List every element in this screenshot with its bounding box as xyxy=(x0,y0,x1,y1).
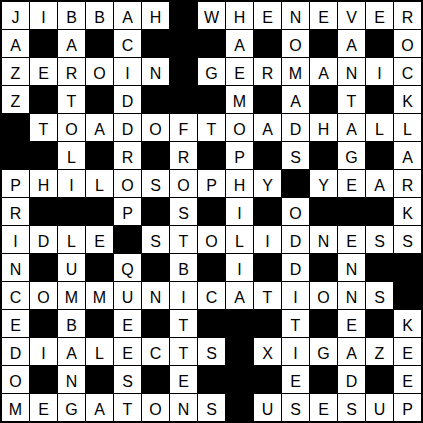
letter-cell-r0c13[interactable]: E xyxy=(366,2,393,29)
letter-cell-r6c0[interactable]: P xyxy=(2,170,29,197)
block-cell-r13c11 xyxy=(310,366,337,393)
block-cell-r10c14 xyxy=(394,282,421,309)
letter-cell-r4c14[interactable]: L xyxy=(394,114,421,141)
block-cell-r7c1 xyxy=(30,198,57,225)
letter-cell-r4c7[interactable]: T xyxy=(198,114,225,141)
block-cell-r13c7 xyxy=(198,366,225,393)
letter-cell-r14c1[interactable]: E xyxy=(30,394,57,421)
letter-cell-r14c2[interactable]: G xyxy=(58,394,85,421)
letter-cell-r6c2[interactable]: I xyxy=(58,170,85,197)
letter-cell-r10c13[interactable]: S xyxy=(366,282,393,309)
letter-cell-r10c2[interactable]: M xyxy=(58,282,85,309)
letter-cell-r0c2[interactable]: B xyxy=(58,2,85,29)
block-cell-r9c7 xyxy=(198,254,225,281)
letter-cell-r1c8[interactable]: A xyxy=(226,30,253,57)
letter-cell-r10c8[interactable]: A xyxy=(226,282,253,309)
block-cell-r7c9 xyxy=(254,198,281,225)
letter-cell-r12c6[interactable]: T xyxy=(170,338,197,365)
letter-cell-r6c14[interactable]: R xyxy=(394,170,421,197)
letter-cell-r8c7[interactable]: O xyxy=(198,226,225,253)
letter-cell-r4c4[interactable]: D xyxy=(114,114,141,141)
letter-cell-r6c1[interactable]: H xyxy=(30,170,57,197)
block-cell-r11c8 xyxy=(226,310,253,337)
block-cell-r3c5 xyxy=(142,86,169,113)
letter-cell-r14c7[interactable]: S xyxy=(198,394,225,421)
letter-cell-r6c5[interactable]: S xyxy=(142,170,169,197)
letter-cell-r12c11[interactable]: G xyxy=(310,338,337,365)
letter-cell-r11c2[interactable]: B xyxy=(58,310,85,337)
block-cell-r9c9 xyxy=(254,254,281,281)
letter-cell-r6c4[interactable]: O xyxy=(114,170,141,197)
block-cell-r0c6 xyxy=(170,2,197,29)
block-cell-r1c6 xyxy=(170,30,197,57)
letter-cell-r2c10[interactable]: M xyxy=(282,58,309,85)
letter-cell-r11c14[interactable]: K xyxy=(394,310,421,337)
block-cell-r9c13 xyxy=(366,254,393,281)
letter-cell-r12c4[interactable]: E xyxy=(114,338,141,365)
letter-cell-r12c14[interactable]: E xyxy=(394,338,421,365)
letter-cell-r8c0[interactable]: I xyxy=(2,226,29,253)
letter-cell-r14c4[interactable]: T xyxy=(114,394,141,421)
letter-cell-r4c8[interactable]: O xyxy=(226,114,253,141)
letter-cell-r10c9[interactable]: T xyxy=(254,282,281,309)
letter-cell-r5c8[interactable]: P xyxy=(226,142,253,169)
letter-cell-r6c8[interactable]: H xyxy=(226,170,253,197)
letter-cell-r4c6[interactable]: F xyxy=(170,114,197,141)
block-cell-r3c9 xyxy=(254,86,281,113)
letter-cell-r14c5[interactable]: O xyxy=(142,394,169,421)
letter-cell-r3c12[interactable]: T xyxy=(338,86,365,113)
letter-cell-r4c11[interactable]: H xyxy=(310,114,337,141)
letter-cell-r2c8[interactable]: E xyxy=(226,58,253,85)
letter-cell-r2c11[interactable]: A xyxy=(310,58,337,85)
letter-cell-r9c10[interactable]: D xyxy=(282,254,309,281)
block-cell-r11c5 xyxy=(142,310,169,337)
letter-cell-r5c12[interactable]: G xyxy=(338,142,365,169)
block-cell-r9c5 xyxy=(142,254,169,281)
letter-cell-r8c6[interactable]: T xyxy=(170,226,197,253)
letter-cell-r2c7[interactable]: G xyxy=(198,58,225,85)
letter-cell-r14c11[interactable]: E xyxy=(310,394,337,421)
letter-cell-r13c2[interactable]: N xyxy=(58,366,85,393)
letter-cell-r6c6[interactable]: O xyxy=(170,170,197,197)
letter-cell-r6c13[interactable]: A xyxy=(366,170,393,197)
letter-cell-r5c6[interactable]: R xyxy=(170,142,197,169)
letter-cell-r3c2[interactable]: T xyxy=(58,86,85,113)
letter-cell-r8c2[interactable]: L xyxy=(58,226,85,253)
letter-cell-r4c2[interactable]: O xyxy=(58,114,85,141)
block-cell-r13c8 xyxy=(226,366,253,393)
letter-cell-r9c6[interactable]: B xyxy=(170,254,197,281)
letter-cell-r12c1[interactable]: I xyxy=(30,338,57,365)
block-cell-r13c5 xyxy=(142,366,169,393)
block-cell-r9c3 xyxy=(86,254,113,281)
letter-cell-r10c5[interactable]: N xyxy=(142,282,169,309)
letter-cell-r10c1[interactable]: O xyxy=(30,282,57,309)
block-cell-r5c13 xyxy=(366,142,393,169)
block-cell-r11c1 xyxy=(30,310,57,337)
letter-cell-r1c12[interactable]: A xyxy=(338,30,365,57)
block-cell-r3c7 xyxy=(198,86,225,113)
letter-cell-r7c6[interactable]: S xyxy=(170,198,197,225)
block-cell-r11c9 xyxy=(254,310,281,337)
letter-cell-r3c8[interactable]: M xyxy=(226,86,253,113)
letter-cell-r1c4[interactable]: C xyxy=(114,30,141,57)
letter-cell-r5c2[interactable]: L xyxy=(58,142,85,169)
letter-cell-r5c14[interactable]: A xyxy=(394,142,421,169)
letter-cell-r12c0[interactable]: D xyxy=(2,338,29,365)
letter-cell-r13c6[interactable]: E xyxy=(170,366,197,393)
letter-cell-r14c9[interactable]: U xyxy=(254,394,281,421)
letter-cell-r4c3[interactable]: A xyxy=(86,114,113,141)
letter-cell-r13c10[interactable]: E xyxy=(282,366,309,393)
letter-cell-r6c3[interactable]: L xyxy=(86,170,113,197)
block-cell-r5c5 xyxy=(142,142,169,169)
letter-cell-r12c10[interactable]: I xyxy=(282,338,309,365)
block-cell-r13c9 xyxy=(254,366,281,393)
block-cell-r9c14 xyxy=(394,254,421,281)
letter-cell-r14c6[interactable]: N xyxy=(170,394,197,421)
letter-cell-r10c4[interactable]: U xyxy=(114,282,141,309)
block-cell-r11c11 xyxy=(310,310,337,337)
letter-cell-r0c7[interactable]: W xyxy=(198,2,225,29)
letter-cell-r0c12[interactable]: V xyxy=(338,2,365,29)
letter-cell-r2c12[interactable]: N xyxy=(338,58,365,85)
letter-cell-r12c3[interactable]: L xyxy=(86,338,113,365)
letter-cell-r14c13[interactable]: U xyxy=(366,394,393,421)
block-cell-r3c1 xyxy=(30,86,57,113)
letter-cell-r2c2[interactable]: R xyxy=(58,58,85,85)
letter-cell-r0c5[interactable]: H xyxy=(142,2,169,29)
letter-cell-r10c7[interactable]: C xyxy=(198,282,225,309)
block-cell-r11c3 xyxy=(86,310,113,337)
letter-cell-r13c0[interactable]: O xyxy=(2,366,29,393)
block-cell-r8c4 xyxy=(114,226,141,253)
crossword-grid: JIBBAHWHENEVERAACAOAOZEROINGERMANICZTDMA… xyxy=(0,0,423,423)
letter-cell-r5c10[interactable]: S xyxy=(282,142,309,169)
letter-cell-r2c13[interactable]: I xyxy=(366,58,393,85)
letter-cell-r2c14[interactable]: C xyxy=(394,58,421,85)
letter-cell-r4c5[interactable]: O xyxy=(142,114,169,141)
letter-cell-r7c4[interactable]: P xyxy=(114,198,141,225)
letter-cell-r0c3[interactable]: B xyxy=(86,2,113,29)
letter-cell-r6c12[interactable]: E xyxy=(338,170,365,197)
letter-cell-r11c4[interactable]: E xyxy=(114,310,141,337)
letter-cell-r9c12[interactable]: N xyxy=(338,254,365,281)
letter-cell-r1c10[interactable]: O xyxy=(282,30,309,57)
letter-cell-r4c9[interactable]: A xyxy=(254,114,281,141)
block-cell-r7c11 xyxy=(310,198,337,225)
block-cell-r3c3 xyxy=(86,86,113,113)
letter-cell-r14c0[interactable]: M xyxy=(2,394,29,421)
letter-cell-r7c8[interactable]: I xyxy=(226,198,253,225)
letter-cell-r8c5[interactable]: S xyxy=(142,226,169,253)
letter-cell-r4c12[interactable]: A xyxy=(338,114,365,141)
letter-cell-r2c0[interactable]: Z xyxy=(2,58,29,85)
letter-cell-r8c1[interactable]: D xyxy=(30,226,57,253)
letter-cell-r0c8[interactable]: H xyxy=(226,2,253,29)
letter-cell-r9c4[interactable]: Q xyxy=(114,254,141,281)
block-cell-r7c3 xyxy=(86,198,113,225)
letter-cell-r3c4[interactable]: D xyxy=(114,86,141,113)
block-cell-r7c7 xyxy=(198,198,225,225)
block-cell-r1c9 xyxy=(254,30,281,57)
block-cell-r1c11 xyxy=(310,30,337,57)
letter-cell-r8c9[interactable]: I xyxy=(254,226,281,253)
letter-cell-r1c0[interactable]: A xyxy=(2,30,29,57)
letter-cell-r9c8[interactable]: I xyxy=(226,254,253,281)
block-cell-r11c7 xyxy=(198,310,225,337)
letter-cell-r3c0[interactable]: Z xyxy=(2,86,29,113)
block-cell-r11c13 xyxy=(366,310,393,337)
block-cell-r7c13 xyxy=(366,198,393,225)
letter-cell-r12c12[interactable]: A xyxy=(338,338,365,365)
letter-cell-r2c3[interactable]: O xyxy=(86,58,113,85)
block-cell-r12c8 xyxy=(226,338,253,365)
block-cell-r9c11 xyxy=(310,254,337,281)
block-cell-r1c7 xyxy=(198,30,225,57)
letter-cell-r0c11[interactable]: E xyxy=(310,2,337,29)
letter-cell-r10c3[interactable]: M xyxy=(86,282,113,309)
block-cell-r7c2 xyxy=(58,198,85,225)
letter-cell-r12c5[interactable]: C xyxy=(142,338,169,365)
block-cell-r3c11 xyxy=(310,86,337,113)
block-cell-r6c10 xyxy=(282,170,309,197)
letter-cell-r11c12[interactable]: E xyxy=(338,310,365,337)
block-cell-r13c3 xyxy=(86,366,113,393)
letter-cell-r12c2[interactable]: A xyxy=(58,338,85,365)
block-cell-r3c6 xyxy=(170,86,197,113)
block-cell-r4c0 xyxy=(2,114,29,141)
letter-cell-r13c14[interactable]: E xyxy=(394,366,421,393)
letter-cell-r14c14[interactable]: P xyxy=(394,394,421,421)
letter-cell-r8c14[interactable]: S xyxy=(394,226,421,253)
letter-cell-r1c14[interactable]: O xyxy=(394,30,421,57)
letter-cell-r6c11[interactable]: Y xyxy=(310,170,337,197)
letter-cell-r8c13[interactable]: S xyxy=(366,226,393,253)
letter-cell-r12c9[interactable]: X xyxy=(254,338,281,365)
block-cell-r7c5 xyxy=(142,198,169,225)
letter-cell-r2c1[interactable]: E xyxy=(30,58,57,85)
letter-cell-r7c14[interactable]: K xyxy=(394,198,421,225)
letter-cell-r2c9[interactable]: R xyxy=(254,58,281,85)
block-cell-r9c1 xyxy=(30,254,57,281)
block-cell-r5c9 xyxy=(254,142,281,169)
letter-cell-r1c2[interactable]: A xyxy=(58,30,85,57)
letter-cell-r13c4[interactable]: S xyxy=(114,366,141,393)
letter-cell-r7c10[interactable]: O xyxy=(282,198,309,225)
block-cell-r3c13 xyxy=(366,86,393,113)
block-cell-r1c1 xyxy=(30,30,57,57)
block-cell-r13c13 xyxy=(366,366,393,393)
letter-cell-r13c12[interactable]: D xyxy=(338,366,365,393)
letter-cell-r0c4[interactable]: A xyxy=(114,2,141,29)
letter-cell-r2c4[interactable]: I xyxy=(114,58,141,85)
letter-cell-r10c12[interactable]: N xyxy=(338,282,365,309)
letter-cell-r10c10[interactable]: I xyxy=(282,282,309,309)
letter-cell-r10c11[interactable]: O xyxy=(310,282,337,309)
letter-cell-r5c4[interactable]: R xyxy=(114,142,141,169)
letter-cell-r14c3[interactable]: A xyxy=(86,394,113,421)
block-cell-r2c6 xyxy=(170,58,197,85)
letter-cell-r10c6[interactable]: I xyxy=(170,282,197,309)
letter-cell-r8c12[interactable]: E xyxy=(338,226,365,253)
letter-cell-r3c14[interactable]: K xyxy=(394,86,421,113)
letter-cell-r6c7[interactable]: P xyxy=(198,170,225,197)
letter-cell-r10c0[interactable]: C xyxy=(2,282,29,309)
letter-cell-r4c1[interactable]: T xyxy=(30,114,57,141)
letter-cell-r0c14[interactable]: R xyxy=(394,2,421,29)
letter-cell-r8c10[interactable]: D xyxy=(282,226,309,253)
letter-cell-r14c10[interactable]: S xyxy=(282,394,309,421)
block-cell-r1c13 xyxy=(366,30,393,57)
letter-cell-r4c13[interactable]: L xyxy=(366,114,393,141)
block-cell-r5c1 xyxy=(30,142,57,169)
letter-cell-r8c11[interactable]: N xyxy=(310,226,337,253)
letter-cell-r4c10[interactable]: D xyxy=(282,114,309,141)
block-cell-r5c0 xyxy=(2,142,29,169)
block-cell-r14c8 xyxy=(226,394,253,421)
letter-cell-r6c9[interactable]: Y xyxy=(254,170,281,197)
letter-cell-r8c8[interactable]: L xyxy=(226,226,253,253)
letter-cell-r0c1[interactable]: I xyxy=(30,2,57,29)
letter-cell-r11c10[interactable]: T xyxy=(282,310,309,337)
letter-cell-r11c0[interactable]: E xyxy=(2,310,29,337)
letter-cell-r2c5[interactable]: N xyxy=(142,58,169,85)
letter-cell-r12c13[interactable]: Z xyxy=(366,338,393,365)
block-cell-r7c12 xyxy=(338,198,365,225)
letter-cell-r12c7[interactable]: S xyxy=(198,338,225,365)
letter-cell-r9c2[interactable]: U xyxy=(58,254,85,281)
block-cell-r1c3 xyxy=(86,30,113,57)
letter-cell-r8c3[interactable]: E xyxy=(86,226,113,253)
letter-cell-r14c12[interactable]: S xyxy=(338,394,365,421)
letter-cell-r3c10[interactable]: A xyxy=(282,86,309,113)
letter-cell-r9c0[interactable]: N xyxy=(2,254,29,281)
block-cell-r1c5 xyxy=(142,30,169,57)
block-cell-r13c1 xyxy=(30,366,57,393)
letter-cell-r0c9[interactable]: E xyxy=(254,2,281,29)
letter-cell-r11c6[interactable]: T xyxy=(170,310,197,337)
letter-cell-r0c10[interactable]: N xyxy=(282,2,309,29)
letter-cell-r0c0[interactable]: J xyxy=(2,2,29,29)
block-cell-r5c3 xyxy=(86,142,113,169)
block-cell-r5c7 xyxy=(198,142,225,169)
block-cell-r5c11 xyxy=(310,142,337,169)
letter-cell-r7c0[interactable]: R xyxy=(2,198,29,225)
